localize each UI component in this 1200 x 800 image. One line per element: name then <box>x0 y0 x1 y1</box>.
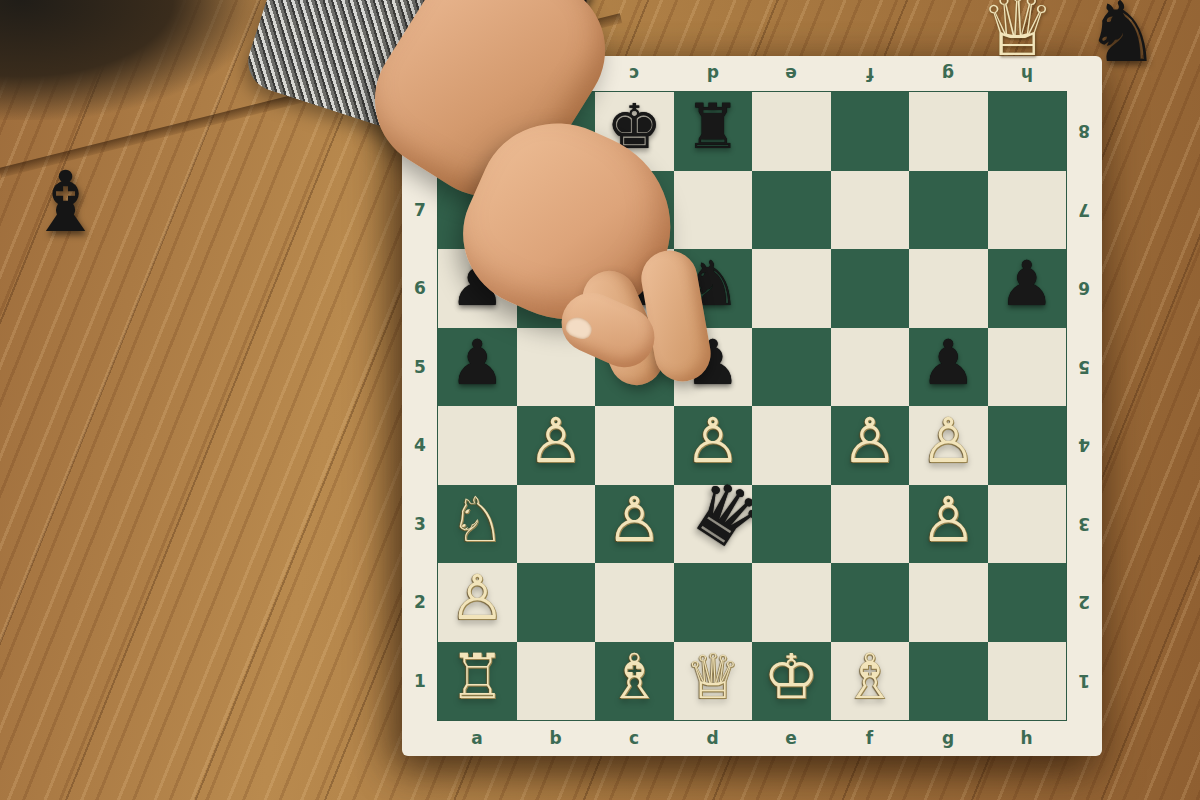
white-queen-d1[interactable]: ♕ <box>685 646 741 708</box>
rank-label-left-5: 5 <box>408 355 432 379</box>
square-h6[interactable]: ♟ <box>988 249 1067 328</box>
square-g5[interactable]: ♟ <box>909 328 988 407</box>
square-f6[interactable] <box>831 249 910 328</box>
white-pawn-g4[interactable]: ♙ <box>920 410 976 472</box>
square-b6[interactable] <box>517 249 596 328</box>
square-g1[interactable] <box>909 642 988 721</box>
square-b3[interactable] <box>517 485 596 564</box>
square-h4[interactable] <box>988 406 1067 485</box>
square-a7[interactable] <box>438 171 517 250</box>
square-b1[interactable] <box>517 642 596 721</box>
black-pawn-g5[interactable]: ♟ <box>920 332 976 394</box>
rank-label-left-7: 7 <box>408 198 432 222</box>
square-f7[interactable] <box>831 171 910 250</box>
file-label-bottom-c: c <box>622 726 646 750</box>
square-h2[interactable] <box>988 563 1067 642</box>
square-a3[interactable]: ♘ <box>438 485 517 564</box>
square-f1[interactable]: ♗ <box>831 642 910 721</box>
square-g8[interactable] <box>909 92 988 171</box>
white-pawn-a2[interactable]: ♙ <box>449 567 505 629</box>
white-pawn-d4[interactable]: ♙ <box>685 410 741 472</box>
file-label-bottom-e: e <box>779 726 803 750</box>
square-d2[interactable] <box>674 563 753 642</box>
chess-board: ♝♚♜♟♟♞♟♟♟♟♙♙♙♙♘♙♛♙♙♖♗♕♔♗ aa88bb77cc66dd5… <box>402 56 1102 756</box>
square-e3[interactable] <box>752 485 831 564</box>
file-label-bottom-h: h <box>1015 726 1039 750</box>
rank-label-left-4: 4 <box>408 433 432 457</box>
square-g4[interactable]: ♙ <box>909 406 988 485</box>
file-label-bottom-f: f <box>858 726 882 750</box>
square-a5[interactable]: ♟ <box>438 328 517 407</box>
white-pawn-b4[interactable]: ♙ <box>528 410 584 472</box>
square-e7[interactable] <box>752 171 831 250</box>
white-rook-a1[interactable]: ♖ <box>449 646 505 708</box>
rank-label-right-3: 3 <box>1072 512 1096 536</box>
square-f4[interactable]: ♙ <box>831 406 910 485</box>
white-king-e1[interactable]: ♔ <box>763 646 819 708</box>
square-c3[interactable]: ♙ <box>595 485 674 564</box>
square-b7[interactable] <box>517 171 596 250</box>
file-label-top-g: g <box>936 62 960 86</box>
square-a2[interactable]: ♙ <box>438 563 517 642</box>
file-label-top-d: d <box>701 62 725 86</box>
file-label-bottom-b: b <box>544 726 568 750</box>
square-a1[interactable]: ♖ <box>438 642 517 721</box>
board-grid: ♝♚♜♟♟♞♟♟♟♟♙♙♙♙♘♙♛♙♙♖♗♕♔♗ <box>438 92 1066 720</box>
white-pawn-f4[interactable]: ♙ <box>842 410 898 472</box>
square-h5[interactable] <box>988 328 1067 407</box>
square-d7[interactable] <box>674 171 753 250</box>
square-g3[interactable]: ♙ <box>909 485 988 564</box>
black-rook-d8[interactable]: ♜ <box>685 96 741 158</box>
rank-label-left-1: 1 <box>408 669 432 693</box>
square-d1[interactable]: ♕ <box>674 642 753 721</box>
square-b5[interactable] <box>517 328 596 407</box>
black-pawn-d5[interactable]: ♟ <box>685 332 741 394</box>
square-e1[interactable]: ♔ <box>752 642 831 721</box>
square-b4[interactable]: ♙ <box>517 406 596 485</box>
square-d6[interactable]: ♞ <box>674 249 753 328</box>
rank-label-right-8: 8 <box>1072 119 1096 143</box>
square-e5[interactable] <box>752 328 831 407</box>
square-c7[interactable] <box>595 171 674 250</box>
black-knight-d6[interactable]: ♞ <box>685 253 741 315</box>
rank-label-right-2: 2 <box>1072 590 1096 614</box>
square-d8[interactable]: ♜ <box>674 92 753 171</box>
file-label-top-c: c <box>622 62 646 86</box>
black-king-c8[interactable]: ♚ <box>606 96 662 158</box>
square-c1[interactable]: ♗ <box>595 642 674 721</box>
square-f2[interactable] <box>831 563 910 642</box>
rank-label-right-6: 6 <box>1072 276 1096 300</box>
square-a4[interactable] <box>438 406 517 485</box>
file-label-top-a: a <box>465 62 489 86</box>
square-c2[interactable] <box>595 563 674 642</box>
square-g2[interactable] <box>909 563 988 642</box>
table-shadow <box>0 0 260 120</box>
rank-label-left-3: 3 <box>408 512 432 536</box>
square-e2[interactable] <box>752 563 831 642</box>
black-pawn-c6[interactable]: ♟ <box>606 253 662 315</box>
square-g6[interactable] <box>909 249 988 328</box>
white-bishop-f1[interactable]: ♗ <box>842 646 898 708</box>
rank-label-right-7: 7 <box>1072 198 1096 222</box>
spare-white-queen[interactable]: ♕ <box>980 0 1055 68</box>
captured-black-rook[interactable]: ♜ <box>530 0 605 66</box>
captured-black-bishop[interactable]: ♝ <box>28 160 103 244</box>
square-a6[interactable]: ♟ <box>438 249 517 328</box>
captured-black-knight[interactable]: ♞ <box>1085 0 1160 74</box>
file-label-bottom-d: d <box>701 726 725 750</box>
square-h8[interactable] <box>988 92 1067 171</box>
rank-label-left-6: 6 <box>408 276 432 300</box>
square-f8[interactable] <box>831 92 910 171</box>
rank-label-right-1: 1 <box>1072 669 1096 693</box>
file-label-bottom-g: g <box>936 726 960 750</box>
square-c5[interactable] <box>595 328 674 407</box>
file-label-top-f: f <box>858 62 882 86</box>
square-b2[interactable] <box>517 563 596 642</box>
black-pawn-a6[interactable]: ♟ <box>449 253 505 315</box>
square-f3[interactable] <box>831 485 910 564</box>
black-bishop-a8[interactable]: ♝ <box>449 96 505 158</box>
square-h1[interactable] <box>988 642 1067 721</box>
square-a8[interactable]: ♝ <box>438 92 517 171</box>
square-c6[interactable]: ♟ <box>595 249 674 328</box>
rank-label-left-8: 8 <box>408 119 432 143</box>
rank-label-right-4: 4 <box>1072 433 1096 457</box>
black-pawn-a5[interactable]: ♟ <box>449 332 505 394</box>
square-b8[interactable] <box>517 92 596 171</box>
square-h3[interactable] <box>988 485 1067 564</box>
white-pawn-g3[interactable]: ♙ <box>920 489 976 551</box>
square-c4[interactable] <box>595 406 674 485</box>
square-d3[interactable]: ♛ <box>674 485 753 564</box>
square-g7[interactable] <box>909 171 988 250</box>
square-e6[interactable] <box>752 249 831 328</box>
white-knight-a3[interactable]: ♘ <box>449 489 505 551</box>
white-pawn-c3[interactable]: ♙ <box>606 489 662 551</box>
square-e8[interactable] <box>752 92 831 171</box>
square-h7[interactable] <box>988 171 1067 250</box>
file-label-top-e: e <box>779 62 803 86</box>
rank-label-left-2: 2 <box>408 590 432 614</box>
square-e4[interactable] <box>752 406 831 485</box>
rank-label-right-5: 5 <box>1072 355 1096 379</box>
square-c8[interactable]: ♚ <box>595 92 674 171</box>
file-label-bottom-a: a <box>465 726 489 750</box>
white-bishop-c1[interactable]: ♗ <box>606 646 662 708</box>
square-d5[interactable]: ♟ <box>674 328 753 407</box>
black-pawn-h6[interactable]: ♟ <box>999 253 1055 315</box>
square-f5[interactable] <box>831 328 910 407</box>
